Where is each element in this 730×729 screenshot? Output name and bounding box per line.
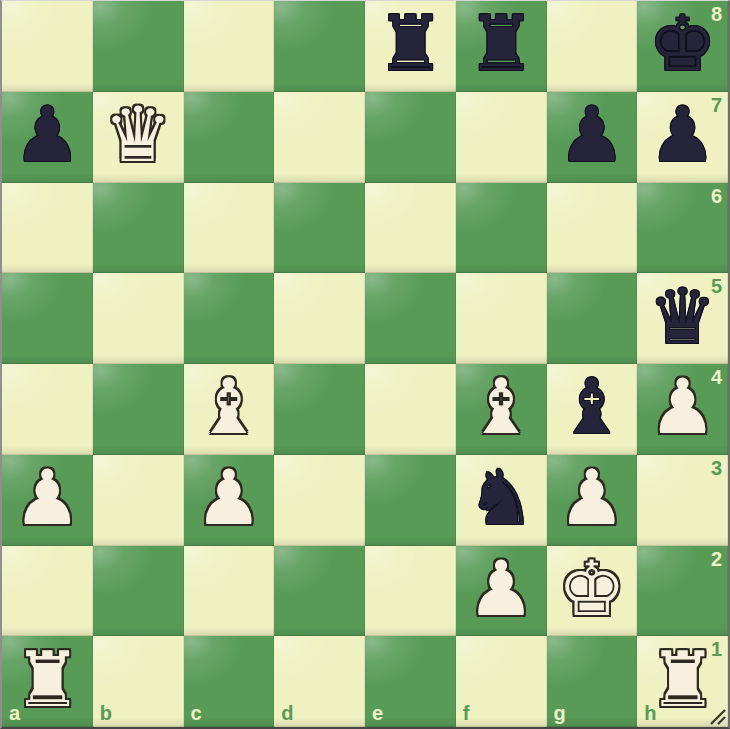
square-c5[interactable]: [184, 273, 275, 364]
square-f7[interactable]: [456, 92, 547, 183]
square-b8[interactable]: [93, 1, 184, 92]
piece-black-rook[interactable]: ♜: [467, 6, 535, 82]
square-e8[interactable]: ♜: [365, 1, 456, 92]
piece-white-pawn[interactable]: ♟: [13, 460, 81, 536]
square-c6[interactable]: [184, 183, 275, 274]
piece-white-bishop[interactable]: ♝: [195, 369, 263, 445]
square-d3[interactable]: [274, 455, 365, 546]
square-h8[interactable]: ♚8: [637, 1, 728, 92]
square-d2[interactable]: [274, 546, 365, 637]
square-g8[interactable]: [547, 1, 638, 92]
piece-black-bishop[interactable]: ♝: [558, 369, 626, 445]
square-d4[interactable]: [274, 364, 365, 455]
piece-black-rook[interactable]: ♜: [376, 6, 444, 82]
piece-black-pawn[interactable]: ♟: [558, 97, 626, 173]
chess-board-frame: ♜♜♚8♟♛♟♟76♛5♝♝♝♟4♟♟♞♟3♟♚2♜abcdefg♜1h: [0, 0, 730, 729]
piece-black-king[interactable]: ♚: [649, 6, 717, 82]
square-d7[interactable]: [274, 92, 365, 183]
rank-label-5: 5: [711, 275, 722, 298]
file-label-g: g: [554, 702, 566, 725]
square-h4[interactable]: ♟4: [637, 364, 728, 455]
square-d6[interactable]: [274, 183, 365, 274]
rank-label-1: 1: [711, 638, 722, 661]
square-d8[interactable]: [274, 1, 365, 92]
square-b2[interactable]: [93, 546, 184, 637]
piece-black-pawn[interactable]: ♟: [649, 97, 717, 173]
square-c1[interactable]: c: [184, 636, 275, 727]
square-g5[interactable]: [547, 273, 638, 364]
square-e7[interactable]: [365, 92, 456, 183]
piece-white-pawn[interactable]: ♟: [558, 460, 626, 536]
square-h2[interactable]: 2: [637, 546, 728, 637]
file-label-a: a: [9, 702, 20, 725]
piece-white-rook[interactable]: ♜: [13, 642, 81, 718]
rank-label-2: 2: [711, 548, 722, 571]
square-e3[interactable]: [365, 455, 456, 546]
piece-white-pawn[interactable]: ♟: [649, 369, 717, 445]
piece-black-pawn[interactable]: ♟: [13, 97, 81, 173]
square-e1[interactable]: e: [365, 636, 456, 727]
square-f2[interactable]: ♟: [456, 546, 547, 637]
square-c8[interactable]: [184, 1, 275, 92]
square-a7[interactable]: ♟: [2, 92, 93, 183]
square-c4[interactable]: ♝: [184, 364, 275, 455]
piece-white-pawn[interactable]: ♟: [467, 551, 535, 627]
square-e6[interactable]: [365, 183, 456, 274]
square-a2[interactable]: [2, 546, 93, 637]
square-d5[interactable]: [274, 273, 365, 364]
square-d1[interactable]: d: [274, 636, 365, 727]
board-resize-handle-icon[interactable]: [704, 703, 726, 725]
square-h5[interactable]: ♛5: [637, 273, 728, 364]
square-h6[interactable]: 6: [637, 183, 728, 274]
square-c7[interactable]: [184, 92, 275, 183]
square-f6[interactable]: [456, 183, 547, 274]
square-c3[interactable]: ♟: [184, 455, 275, 546]
square-f8[interactable]: ♜: [456, 1, 547, 92]
square-e2[interactable]: [365, 546, 456, 637]
square-e5[interactable]: [365, 273, 456, 364]
file-label-h: h: [644, 702, 656, 725]
file-label-f: f: [463, 702, 470, 725]
square-h3[interactable]: 3: [637, 455, 728, 546]
square-a1[interactable]: ♜a: [2, 636, 93, 727]
square-h7[interactable]: ♟7: [637, 92, 728, 183]
square-a4[interactable]: [2, 364, 93, 455]
piece-black-queen[interactable]: ♛: [649, 279, 717, 355]
square-g1[interactable]: g: [547, 636, 638, 727]
piece-white-king[interactable]: ♚: [558, 551, 626, 627]
square-g3[interactable]: ♟: [547, 455, 638, 546]
piece-white-queen[interactable]: ♛: [104, 97, 172, 173]
rank-label-3: 3: [711, 457, 722, 480]
square-e4[interactable]: [365, 364, 456, 455]
square-b7[interactable]: ♛: [93, 92, 184, 183]
chess-board: ♜♜♚8♟♛♟♟76♛5♝♝♝♟4♟♟♞♟3♟♚2♜abcdefg♜1h: [2, 1, 728, 727]
square-f3[interactable]: ♞: [456, 455, 547, 546]
piece-white-pawn[interactable]: ♟: [195, 460, 263, 536]
rank-label-6: 6: [711, 185, 722, 208]
rank-label-4: 4: [711, 366, 722, 389]
square-g2[interactable]: ♚: [547, 546, 638, 637]
square-g6[interactable]: [547, 183, 638, 274]
square-f4[interactable]: ♝: [456, 364, 547, 455]
square-b1[interactable]: b: [93, 636, 184, 727]
file-label-d: d: [281, 702, 293, 725]
square-c2[interactable]: [184, 546, 275, 637]
square-b4[interactable]: [93, 364, 184, 455]
square-b5[interactable]: [93, 273, 184, 364]
file-label-e: e: [372, 702, 383, 725]
square-a3[interactable]: ♟: [2, 455, 93, 546]
square-a6[interactable]: [2, 183, 93, 274]
square-g7[interactable]: ♟: [547, 92, 638, 183]
piece-white-bishop[interactable]: ♝: [467, 369, 535, 445]
file-label-c: c: [191, 702, 202, 725]
square-a8[interactable]: [2, 1, 93, 92]
piece-black-knight[interactable]: ♞: [467, 460, 535, 536]
square-g4[interactable]: ♝: [547, 364, 638, 455]
file-label-b: b: [100, 702, 112, 725]
square-f5[interactable]: [456, 273, 547, 364]
square-h1[interactable]: ♜1h: [637, 636, 728, 727]
square-f1[interactable]: f: [456, 636, 547, 727]
rank-label-8: 8: [711, 3, 722, 26]
square-b6[interactable]: [93, 183, 184, 274]
square-a5[interactable]: [2, 273, 93, 364]
square-b3[interactable]: [93, 455, 184, 546]
rank-label-7: 7: [711, 94, 722, 117]
